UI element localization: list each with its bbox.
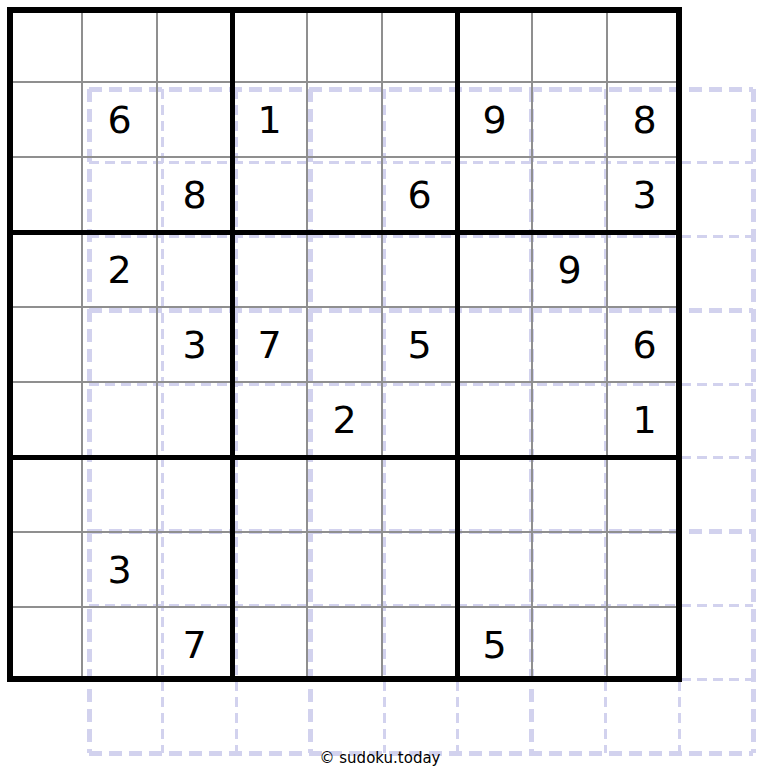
cell-r4c3[interactable] (157, 232, 232, 307)
cell-r9c6[interactable] (382, 607, 457, 682)
cell-r8c4[interactable] (232, 532, 307, 607)
cell-r6c9[interactable]: 1 (607, 382, 682, 457)
cell-r5c3[interactable]: 3 (157, 307, 232, 382)
cell-r6c8[interactable] (532, 382, 607, 457)
sudoku-board: 619886329375621375 (0, 0, 760, 770)
cell-r2c2[interactable]: 6 (82, 82, 157, 157)
cell-r9c1[interactable] (7, 607, 82, 682)
cell-r1c2[interactable] (82, 7, 157, 82)
cell-r3c9[interactable]: 3 (607, 157, 682, 232)
cell-r9c2[interactable] (82, 607, 157, 682)
cell-r6c6[interactable] (382, 382, 457, 457)
cell-r1c5[interactable] (307, 7, 382, 82)
overlay-grid-vline (751, 89, 756, 753)
cell-r6c4[interactable] (232, 382, 307, 457)
cell-r8c2[interactable]: 3 (82, 532, 157, 607)
cell-r4c2[interactable]: 2 (82, 232, 157, 307)
cell-r8c7[interactable] (457, 532, 532, 607)
cell-r2c3[interactable] (157, 82, 232, 157)
cell-r6c2[interactable] (82, 382, 157, 457)
cell-r4c8[interactable]: 9 (532, 232, 607, 307)
sudoku-page: 619886329375621375 © sudoku.today (0, 0, 760, 770)
cell-r1c1[interactable] (7, 7, 82, 82)
cell-r5c1[interactable] (7, 307, 82, 382)
cell-r4c5[interactable] (307, 232, 382, 307)
cell-r5c2[interactable] (82, 307, 157, 382)
cell-r2c7[interactable]: 9 (457, 82, 532, 157)
cell-r3c7[interactable] (457, 157, 532, 232)
cell-r5c9[interactable]: 6 (607, 307, 682, 382)
cell-r8c3[interactable] (157, 532, 232, 607)
cell-r3c4[interactable] (232, 157, 307, 232)
cell-r1c3[interactable] (157, 7, 232, 82)
cell-r5c6[interactable]: 5 (382, 307, 457, 382)
cell-r7c6[interactable] (382, 457, 457, 532)
cell-r9c4[interactable] (232, 607, 307, 682)
cell-r6c3[interactable] (157, 382, 232, 457)
cell-r6c7[interactable] (457, 382, 532, 457)
cell-r7c7[interactable] (457, 457, 532, 532)
cell-r8c6[interactable] (382, 532, 457, 607)
cell-r7c3[interactable] (157, 457, 232, 532)
cell-r7c1[interactable] (7, 457, 82, 532)
cell-r4c9[interactable] (607, 232, 682, 307)
cell-r4c1[interactable] (7, 232, 82, 307)
cell-r9c9[interactable] (607, 607, 682, 682)
cell-r5c8[interactable] (532, 307, 607, 382)
cell-r8c1[interactable] (7, 532, 82, 607)
cell-r3c3[interactable]: 8 (157, 157, 232, 232)
cell-r3c2[interactable] (82, 157, 157, 232)
cell-r2c6[interactable] (382, 82, 457, 157)
cell-r1c4[interactable] (232, 7, 307, 82)
cell-r1c9[interactable] (607, 7, 682, 82)
cell-r5c4[interactable]: 7 (232, 307, 307, 382)
copyright-text: © sudoku.today (320, 749, 441, 767)
cell-r5c7[interactable] (457, 307, 532, 382)
cell-r9c8[interactable] (532, 607, 607, 682)
cell-r1c6[interactable] (382, 7, 457, 82)
copyright: © sudoku.today (0, 749, 760, 767)
cell-r9c7[interactable]: 5 (457, 607, 532, 682)
cell-r2c1[interactable] (7, 82, 82, 157)
cell-r3c8[interactable] (532, 157, 607, 232)
cell-r3c6[interactable]: 6 (382, 157, 457, 232)
cell-r2c5[interactable] (307, 82, 382, 157)
cell-r8c8[interactable] (532, 532, 607, 607)
cell-r6c1[interactable] (7, 382, 82, 457)
cell-r5c5[interactable] (307, 307, 382, 382)
cell-r4c4[interactable] (232, 232, 307, 307)
cell-r8c5[interactable] (307, 532, 382, 607)
cell-r9c3[interactable]: 7 (157, 607, 232, 682)
cell-r4c6[interactable] (382, 232, 457, 307)
cell-r7c5[interactable] (307, 457, 382, 532)
cell-r9c5[interactable] (307, 607, 382, 682)
cell-r1c7[interactable] (457, 7, 532, 82)
cell-r3c1[interactable] (7, 157, 82, 232)
cell-r7c4[interactable] (232, 457, 307, 532)
cell-r1c8[interactable] (532, 7, 607, 82)
cell-r2c8[interactable] (532, 82, 607, 157)
cell-r6c5[interactable]: 2 (307, 382, 382, 457)
cell-r3c5[interactable] (307, 157, 382, 232)
cell-r7c8[interactable] (532, 457, 607, 532)
cell-r2c9[interactable]: 8 (607, 82, 682, 157)
cell-r7c9[interactable] (607, 457, 682, 532)
cell-r8c9[interactable] (607, 532, 682, 607)
cell-r2c4[interactable]: 1 (232, 82, 307, 157)
cell-r4c7[interactable] (457, 232, 532, 307)
cell-r7c2[interactable] (82, 457, 157, 532)
